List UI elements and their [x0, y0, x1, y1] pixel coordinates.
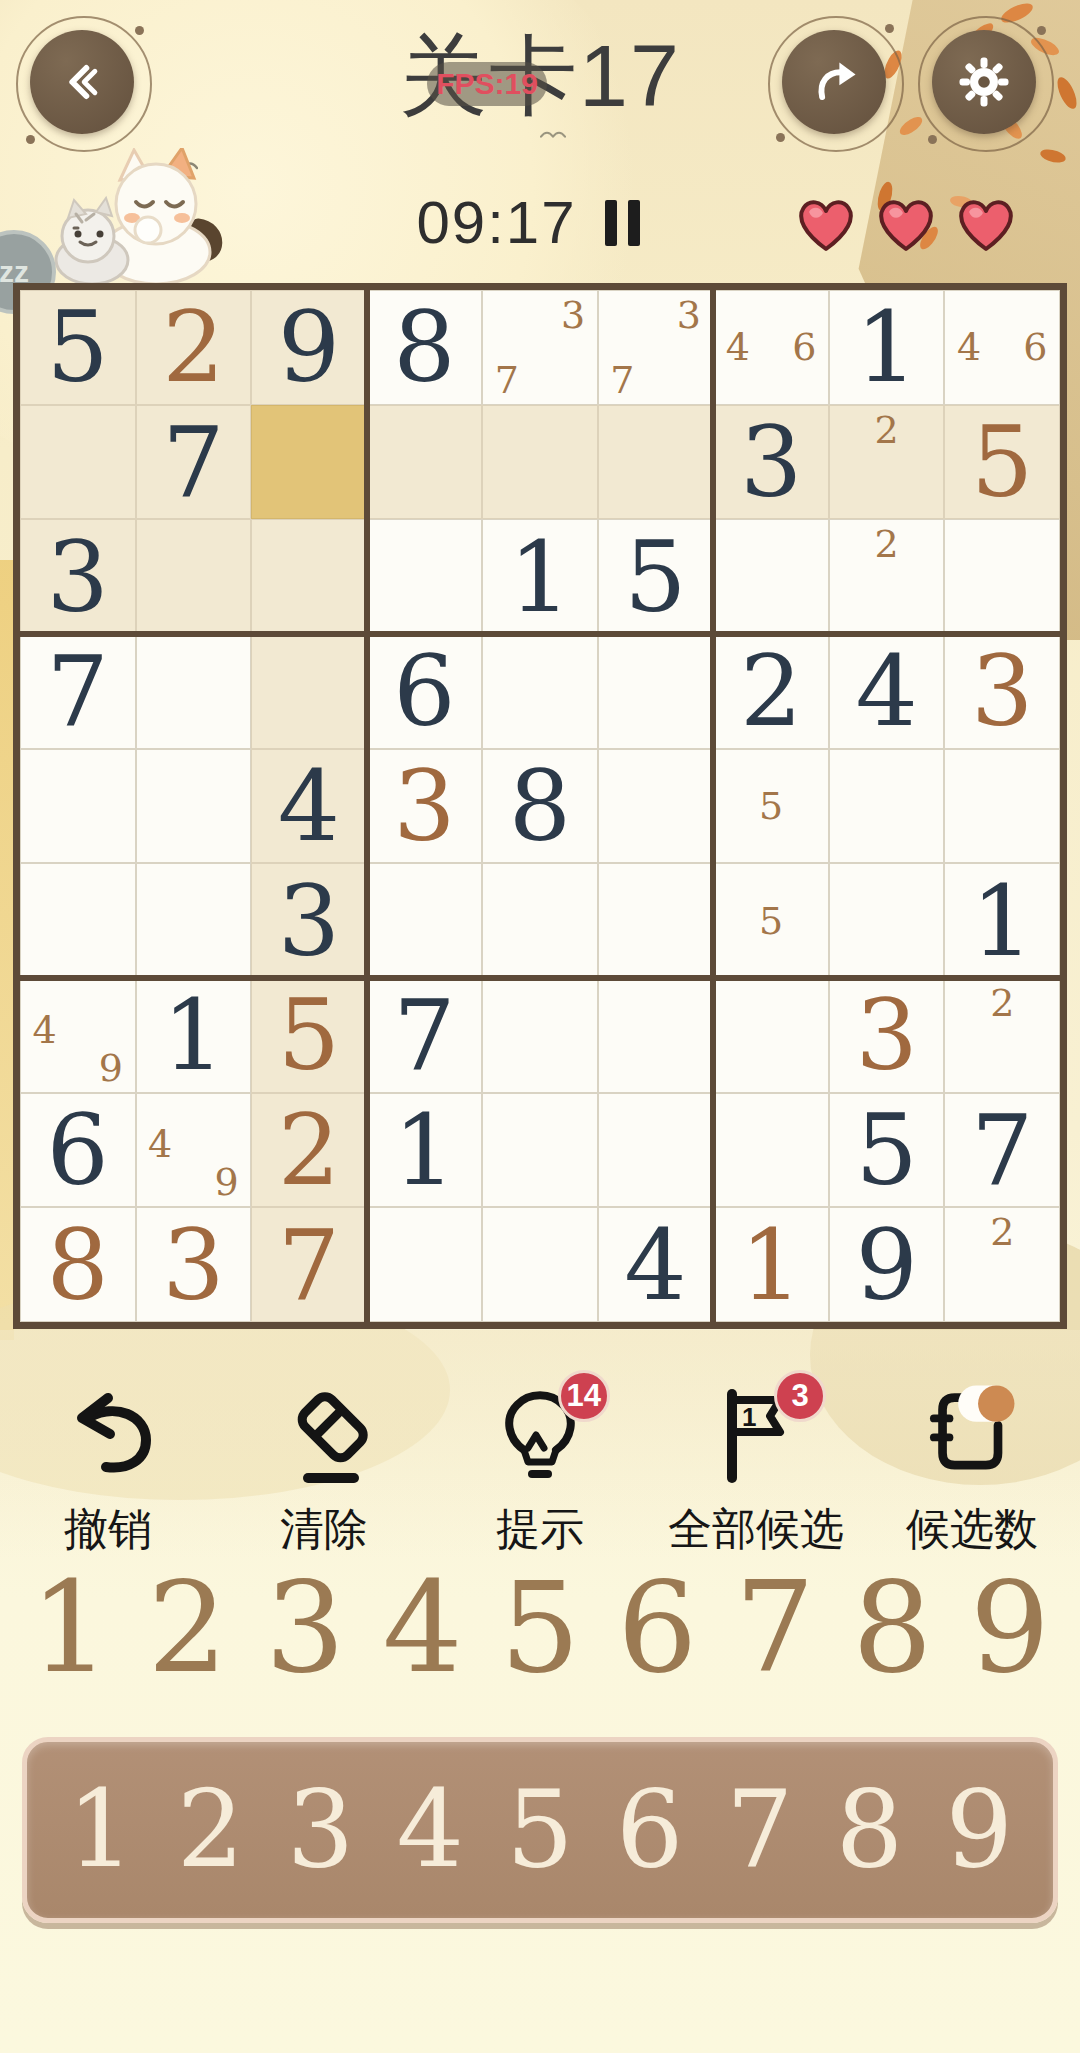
cell-r1c7[interactable]: 46: [713, 290, 829, 405]
given-digit: 5: [624, 528, 686, 626]
cell-r8c7[interactable]: [713, 1093, 829, 1208]
number-7[interactable]: 7: [735, 1562, 815, 1694]
cell-r3c2[interactable]: [136, 519, 252, 634]
pad-2[interactable]: 2: [177, 1777, 244, 1883]
pause-button[interactable]: [605, 200, 640, 246]
pad-8[interactable]: 8: [836, 1777, 903, 1883]
cell-r8c8[interactable]: 5: [829, 1093, 945, 1208]
pad-7[interactable]: 7: [726, 1777, 793, 1883]
cell-r5c4[interactable]: 3: [367, 749, 483, 864]
cell-r9c1[interactable]: 8: [20, 1207, 136, 1322]
cell-r2c2[interactable]: 7: [136, 405, 252, 520]
fps-badge: FPS:19: [427, 62, 547, 106]
cell-r3c5[interactable]: 1: [482, 519, 598, 634]
given-digit: 4: [624, 1216, 686, 1314]
cell-r2c4[interactable]: [367, 405, 483, 520]
candidate-marks: 37: [599, 291, 713, 404]
given-digit: 4: [855, 642, 917, 740]
given-digit: 1: [162, 986, 224, 1084]
number-5[interactable]: 5: [500, 1562, 580, 1694]
cell-r1c5[interactable]: 37: [482, 290, 598, 405]
cell-r1c4[interactable]: 8: [367, 290, 483, 405]
share-button[interactable]: [782, 30, 886, 134]
box-divider: [20, 631, 1060, 637]
number-9[interactable]: 9: [970, 1562, 1050, 1694]
app-screen: zz 关卡17 FPS:19: [0, 0, 1080, 2053]
cell-r7c1[interactable]: 49: [20, 978, 136, 1093]
cell-r6c2[interactable]: [136, 863, 252, 978]
given-digit: 8: [509, 757, 571, 855]
user-digit: 7: [278, 1216, 340, 1314]
cell-r5c6[interactable]: [598, 749, 714, 864]
erase-label: 清除: [280, 1500, 368, 1559]
cell-r6c7[interactable]: 5: [713, 863, 829, 978]
settings-button[interactable]: [932, 30, 1036, 134]
given-digit: 5: [855, 1101, 917, 1199]
candidate-marks: 2: [830, 406, 944, 519]
number-row: 123456789: [0, 1562, 1080, 1694]
candidate-digit: 2: [986, 984, 1019, 1022]
pad-9[interactable]: 9: [946, 1777, 1013, 1883]
cell-r3c1[interactable]: 3: [20, 519, 136, 634]
candidate-digit: 4: [952, 328, 985, 366]
candidate-digit: 9: [94, 1049, 127, 1087]
cell-r1c6[interactable]: 37: [598, 290, 714, 405]
user-digit: 3: [393, 757, 455, 855]
cell-r6c9[interactable]: 1: [944, 863, 1060, 978]
cell-r5c5[interactable]: 8: [482, 749, 598, 864]
cell-r4c8[interactable]: 4: [829, 634, 945, 749]
cell-r6c5[interactable]: [482, 863, 598, 978]
cell-r1c2[interactable]: 2: [136, 290, 252, 405]
given-digit: 3: [278, 872, 340, 970]
candidate-digit: 4: [144, 1125, 177, 1163]
cell-r8c2[interactable]: 49: [136, 1093, 252, 1208]
user-digit: 3: [162, 1216, 224, 1314]
cell-r9c4[interactable]: [367, 1207, 483, 1322]
cell-r4c6[interactable]: [598, 634, 714, 749]
left-strip-decor: [0, 560, 14, 1340]
cell-r5c8[interactable]: [829, 749, 945, 864]
user-digit: 5: [278, 986, 340, 1084]
cell-r6c4[interactable]: [367, 863, 483, 978]
cell-r6c1[interactable]: [20, 863, 136, 978]
cell-r8c9[interactable]: 7: [944, 1093, 1060, 1208]
cell-r4c1[interactable]: 7: [20, 634, 136, 749]
candidates-count-badge: 3: [774, 1370, 826, 1422]
cell-r7c7[interactable]: [713, 978, 829, 1093]
cell-r7c6[interactable]: [598, 978, 714, 1093]
pencil-mode-toggle[interactable]: 候选数: [864, 1382, 1080, 1559]
heart-icon: [954, 196, 1018, 254]
input-panel: 123456789: [22, 1737, 1058, 1923]
candidate-marks: 2: [830, 520, 944, 633]
bird-decor: [540, 128, 566, 140]
cell-r9c7[interactable]: 1: [713, 1207, 829, 1322]
cell-r8c4[interactable]: 1: [367, 1093, 483, 1208]
toggle-on-dot: [978, 1385, 1014, 1421]
cell-r2c5[interactable]: [482, 405, 598, 520]
user-digit: 2: [162, 298, 224, 396]
candidate-digit: 2: [870, 411, 903, 449]
pad-4[interactable]: 4: [396, 1777, 463, 1883]
user-digit: 3: [971, 642, 1033, 740]
candidate-marks: 49: [137, 1094, 251, 1207]
cell-r7c9[interactable]: 2: [944, 978, 1060, 1093]
cell-r2c6[interactable]: [598, 405, 714, 520]
cell-r8c5[interactable]: [482, 1093, 598, 1208]
undo-icon: [56, 1382, 160, 1486]
undo-label: 撤销: [64, 1500, 152, 1559]
given-digit: 6: [47, 1101, 109, 1199]
given-digit: 7: [47, 642, 109, 740]
candidate-digit: 2: [870, 525, 903, 563]
given-digit: 2: [740, 642, 802, 740]
cell-r8c3[interactable]: 2: [251, 1093, 367, 1208]
candidate-digit: 5: [755, 787, 788, 825]
given-digit: 6: [393, 642, 455, 740]
given-digit: 1: [971, 872, 1033, 970]
given-digit: 7: [971, 1101, 1033, 1199]
user-digit: 3: [855, 986, 917, 1084]
given-digit: 7: [162, 413, 224, 511]
lives: [794, 196, 1018, 254]
user-digit: 1: [740, 1216, 802, 1314]
timer: 09:17: [416, 188, 576, 257]
cell-r4c2[interactable]: [136, 634, 252, 749]
box-divider: [20, 975, 1060, 981]
candidate-marks: 2: [945, 979, 1059, 1092]
cell-r4c9[interactable]: 3: [944, 634, 1060, 749]
cell-r1c8[interactable]: 1: [829, 290, 945, 405]
cell-r7c4[interactable]: 7: [367, 978, 483, 1093]
cell-r5c7[interactable]: 5: [713, 749, 829, 864]
heart-icon: [874, 196, 938, 254]
given-digit: 4: [278, 757, 340, 855]
cell-r9c5[interactable]: [482, 1207, 598, 1322]
cell-r2c1[interactable]: [20, 405, 136, 520]
hint-count-badge: 14: [558, 1370, 610, 1422]
cell-r9c8[interactable]: 9: [829, 1207, 945, 1322]
undo-button[interactable]: 撤销: [0, 1382, 216, 1559]
candidate-digit: 4: [28, 1011, 61, 1049]
cell-r2c7[interactable]: 3: [713, 405, 829, 520]
pad-6[interactable]: 6: [616, 1777, 683, 1883]
cell-r3c6[interactable]: 5: [598, 519, 714, 634]
sudoku-board: 5298373746146732531527624343853514915732…: [13, 283, 1067, 1329]
pad-3[interactable]: 3: [287, 1777, 354, 1883]
candidate-digit: 6: [788, 328, 821, 366]
pad-5[interactable]: 5: [506, 1777, 573, 1883]
cell-r6c3[interactable]: 3: [251, 863, 367, 978]
cell-r7c5[interactable]: [482, 978, 598, 1093]
given-digit: 9: [278, 298, 340, 396]
all-candidates-label: 全部候选: [668, 1500, 844, 1559]
given-digit: 1: [393, 1101, 455, 1199]
given-digit: 3: [47, 528, 109, 626]
cell-r3c4[interactable]: [367, 519, 483, 634]
candidate-marks: 46: [714, 291, 828, 404]
cell-r3c3[interactable]: [251, 519, 367, 634]
pencil-mode-label: 候选数: [906, 1500, 1038, 1559]
hint-button[interactable]: 14 提示: [432, 1382, 648, 1559]
candidate-digit: 6: [1019, 328, 1052, 366]
candidate-marks: 5: [714, 864, 828, 977]
number-4[interactable]: 4: [382, 1562, 462, 1694]
cell-r9c2[interactable]: 3: [136, 1207, 252, 1322]
cell-r2c9[interactable]: 5: [944, 405, 1060, 520]
toolbar: 撤销 清除 14: [0, 1382, 1080, 1559]
cell-r8c6[interactable]: [598, 1093, 714, 1208]
candidate-digit: 2: [986, 1213, 1019, 1251]
given-digit: 8: [393, 298, 455, 396]
cell-r4c5[interactable]: [482, 634, 598, 749]
user-digit: 2: [278, 1101, 340, 1199]
user-digit: 8: [47, 1216, 109, 1314]
eraser-icon: [272, 1382, 376, 1486]
cell-r7c3[interactable]: 5: [251, 978, 367, 1093]
cell-r4c4[interactable]: 6: [367, 634, 483, 749]
cell-r9c9[interactable]: 2: [944, 1207, 1060, 1322]
box-divider: [710, 290, 716, 1322]
cell-r2c8[interactable]: 2: [829, 405, 945, 520]
number-1[interactable]: 1: [30, 1562, 110, 1694]
candidate-digit: 3: [672, 296, 705, 334]
box-divider: [364, 290, 370, 1322]
candidate-marks: 2: [945, 1208, 1059, 1321]
cell-r5c9[interactable]: [944, 749, 1060, 864]
cell-r3c7[interactable]: [713, 519, 829, 634]
candidate-digit: 9: [210, 1163, 243, 1201]
cell-r1c3[interactable]: 9: [251, 290, 367, 405]
number-2[interactable]: 2: [147, 1562, 227, 1694]
cell-r4c7[interactable]: 2: [713, 634, 829, 749]
number-3[interactable]: 3: [265, 1562, 345, 1694]
candidate-digit: 7: [490, 361, 523, 399]
cell-r5c3[interactable]: 4: [251, 749, 367, 864]
user-digit: 5: [971, 413, 1033, 511]
cell-r9c3[interactable]: 7: [251, 1207, 367, 1322]
candidate-digit: 4: [721, 328, 754, 366]
all-candidates-button[interactable]: 1 3 全部候选: [648, 1382, 864, 1559]
pencil-notes-icon: [920, 1382, 1024, 1486]
given-digit: 9: [855, 1216, 917, 1314]
given-digit: 7: [393, 986, 455, 1084]
cell-r6c6[interactable]: [598, 863, 714, 978]
cell-r2c3[interactable]: [251, 405, 367, 520]
flag-digit: 1: [742, 1402, 756, 1432]
candidate-marks: 37: [483, 291, 597, 404]
cell-r9c6[interactable]: 4: [598, 1207, 714, 1322]
candidate-digit: 7: [606, 361, 639, 399]
hint-label: 提示: [496, 1500, 584, 1559]
cell-r1c9[interactable]: 46: [944, 290, 1060, 405]
candidate-digit: 3: [557, 296, 590, 334]
number-6[interactable]: 6: [617, 1562, 697, 1694]
given-digit: 5: [47, 298, 109, 396]
erase-button[interactable]: 清除: [216, 1382, 432, 1559]
cell-r6c8[interactable]: [829, 863, 945, 978]
cell-r5c1[interactable]: [20, 749, 136, 864]
candidate-digit: 5: [755, 902, 788, 940]
gear-icon: [956, 54, 1012, 110]
cell-r5c2[interactable]: [136, 749, 252, 864]
heart-icon: [794, 196, 858, 254]
cell-r7c8[interactable]: 3: [829, 978, 945, 1093]
candidate-marks: 49: [21, 979, 135, 1092]
cell-r3c8[interactable]: 2: [829, 519, 945, 634]
given-digit: 1: [509, 528, 571, 626]
cell-r7c2[interactable]: 1: [136, 978, 252, 1093]
cell-r3c9[interactable]: [944, 519, 1060, 634]
number-8[interactable]: 8: [852, 1562, 932, 1694]
pad-1[interactable]: 1: [67, 1777, 134, 1883]
candidate-marks: 5: [714, 750, 828, 863]
cell-r8c1[interactable]: 6: [20, 1093, 136, 1208]
candidate-marks: 46: [945, 291, 1059, 404]
given-digit: 3: [740, 413, 802, 511]
cell-r1c1[interactable]: 5: [20, 290, 136, 405]
cell-r4c3[interactable]: [251, 634, 367, 749]
given-digit: 1: [855, 298, 917, 396]
share-arrow-icon: [806, 54, 862, 110]
